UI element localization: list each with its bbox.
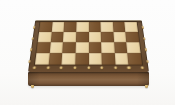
square: [101, 42, 114, 53]
square: [64, 22, 77, 32]
square: [101, 32, 114, 42]
square: [125, 22, 138, 32]
brass-hinge-right: [143, 37, 146, 40]
brass-foot-right: [145, 85, 148, 88]
square: [113, 22, 126, 32]
brass-stud: [87, 66, 90, 69]
brass-stud: [60, 66, 63, 69]
brass-hinge-right: [141, 26, 144, 29]
square: [50, 32, 63, 42]
brass-foot-left: [31, 85, 34, 88]
brass-stud: [73, 66, 76, 69]
square: [89, 42, 102, 53]
square: [115, 53, 129, 64]
board-squares: [35, 22, 142, 65]
stud-row: [34, 66, 143, 70]
square: [51, 22, 64, 32]
square: [114, 42, 128, 53]
brass-hinge-left: [28, 60, 31, 63]
brass-hinge-left: [33, 26, 36, 29]
square: [48, 53, 62, 64]
square: [62, 42, 75, 53]
brass-hinge-right: [144, 48, 147, 51]
square: [49, 42, 63, 53]
chess-box-photo: [0, 0, 175, 105]
square: [39, 22, 52, 32]
board-frame: [28, 20, 149, 72]
square: [76, 32, 89, 42]
square: [126, 32, 140, 42]
square: [75, 42, 88, 53]
square: [62, 53, 76, 64]
square: [75, 53, 88, 64]
square: [35, 53, 49, 64]
square: [36, 42, 50, 53]
square: [102, 53, 116, 64]
square: [113, 32, 126, 42]
brass-stud: [127, 66, 130, 69]
brass-stud: [114, 66, 117, 69]
board-top-tilted: [28, 20, 149, 72]
brass-stud: [46, 66, 49, 69]
brass-hinge-left: [30, 48, 33, 51]
square: [89, 32, 102, 42]
square: [89, 22, 101, 32]
square: [38, 32, 52, 42]
brass-stud: [100, 66, 103, 69]
square: [89, 53, 102, 64]
brass-stud: [141, 66, 145, 69]
brass-stud: [33, 66, 37, 69]
box-front-panel: [28, 72, 149, 86]
brass-hinge-left: [31, 37, 34, 40]
square: [76, 22, 88, 32]
square: [127, 42, 141, 53]
square: [101, 22, 114, 32]
square: [128, 53, 142, 64]
square: [63, 32, 76, 42]
brass-hinge-right: [146, 60, 149, 63]
